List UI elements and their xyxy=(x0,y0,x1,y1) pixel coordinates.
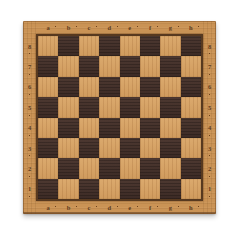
square-e5[interactable] xyxy=(120,97,140,117)
rank-labels-right: 87654321 xyxy=(203,36,216,199)
square-a6[interactable] xyxy=(38,77,58,97)
file-label-bottom-a: a xyxy=(38,201,58,214)
rank-label-left-8: 8 xyxy=(23,36,36,56)
square-g3[interactable] xyxy=(160,138,180,158)
square-h1[interactable] xyxy=(181,179,201,199)
file-label-bottom-f: f xyxy=(140,201,160,214)
rank-label-right-7: 7 xyxy=(203,56,216,76)
square-b5[interactable] xyxy=(58,97,78,117)
file-label-top-a: a xyxy=(38,21,58,34)
file-label-bottom-g: g xyxy=(160,201,180,214)
file-label-bottom-e: e xyxy=(120,201,140,214)
square-b2[interactable] xyxy=(58,158,78,178)
file-label-top-c: c xyxy=(79,21,99,34)
square-c8[interactable] xyxy=(79,36,99,56)
square-a4[interactable] xyxy=(38,118,58,138)
square-b4[interactable] xyxy=(58,118,78,138)
rank-label-left-3: 3 xyxy=(23,138,36,158)
square-e7[interactable] xyxy=(120,56,140,76)
square-c4[interactable] xyxy=(79,118,99,138)
rank-label-right-2: 2 xyxy=(203,158,216,178)
square-a8[interactable] xyxy=(38,36,58,56)
square-g2[interactable] xyxy=(160,158,180,178)
square-a1[interactable] xyxy=(38,179,58,199)
rank-label-right-4: 4 xyxy=(203,118,216,138)
square-b1[interactable] xyxy=(58,179,78,199)
square-e2[interactable] xyxy=(120,158,140,178)
square-b6[interactable] xyxy=(58,77,78,97)
rank-label-right-8: 8 xyxy=(203,36,216,56)
square-e6[interactable] xyxy=(120,77,140,97)
square-d3[interactable] xyxy=(99,138,119,158)
square-g4[interactable] xyxy=(160,118,180,138)
square-e4[interactable] xyxy=(120,118,140,138)
square-f4[interactable] xyxy=(140,118,160,138)
rank-label-right-3: 3 xyxy=(203,138,216,158)
file-label-bottom-d: d xyxy=(99,201,119,214)
square-h5[interactable] xyxy=(181,97,201,117)
square-g5[interactable] xyxy=(160,97,180,117)
rank-labels-left: 87654321 xyxy=(23,36,36,199)
rank-label-left-6: 6 xyxy=(23,77,36,97)
square-b8[interactable] xyxy=(58,36,78,56)
square-h6[interactable] xyxy=(181,77,201,97)
rank-label-left-5: 5 xyxy=(23,97,36,117)
square-a7[interactable] xyxy=(38,56,58,76)
square-b7[interactable] xyxy=(58,56,78,76)
square-c3[interactable] xyxy=(79,138,99,158)
square-d6[interactable] xyxy=(99,77,119,97)
square-g6[interactable] xyxy=(160,77,180,97)
square-h8[interactable] xyxy=(181,36,201,56)
square-d7[interactable] xyxy=(99,56,119,76)
square-f3[interactable] xyxy=(140,138,160,158)
rank-label-left-1: 1 xyxy=(23,179,36,199)
square-e3[interactable] xyxy=(120,138,140,158)
square-d1[interactable] xyxy=(99,179,119,199)
square-h3[interactable] xyxy=(181,138,201,158)
file-label-top-f: f xyxy=(140,21,160,34)
square-f2[interactable] xyxy=(140,158,160,178)
file-label-bottom-b: b xyxy=(58,201,78,214)
square-c7[interactable] xyxy=(79,56,99,76)
file-label-top-g: g xyxy=(160,21,180,34)
file-label-bottom-c: c xyxy=(79,201,99,214)
square-d5[interactable] xyxy=(99,97,119,117)
file-labels-top: abcdefgh xyxy=(38,21,201,34)
square-c6[interactable] xyxy=(79,77,99,97)
square-f8[interactable] xyxy=(140,36,160,56)
square-b3[interactable] xyxy=(58,138,78,158)
rank-label-right-1: 1 xyxy=(203,179,216,199)
file-label-bottom-h: h xyxy=(181,201,201,214)
square-a2[interactable] xyxy=(38,158,58,178)
rank-label-left-2: 2 xyxy=(23,158,36,178)
square-h7[interactable] xyxy=(181,56,201,76)
square-g7[interactable] xyxy=(160,56,180,76)
square-f1[interactable] xyxy=(140,179,160,199)
file-label-top-d: d xyxy=(99,21,119,34)
board-grid xyxy=(38,36,201,199)
rank-label-right-6: 6 xyxy=(203,77,216,97)
chess-board: abcdefgh abcdefgh 87654321 87654321 xyxy=(23,21,216,214)
square-c1[interactable] xyxy=(79,179,99,199)
rank-label-right-5: 5 xyxy=(203,97,216,117)
square-f7[interactable] xyxy=(140,56,160,76)
file-label-top-h: h xyxy=(181,21,201,34)
square-a3[interactable] xyxy=(38,138,58,158)
square-a5[interactable] xyxy=(38,97,58,117)
file-label-top-e: e xyxy=(120,21,140,34)
square-e1[interactable] xyxy=(120,179,140,199)
playing-area xyxy=(36,34,203,201)
square-g8[interactable] xyxy=(160,36,180,56)
square-d4[interactable] xyxy=(99,118,119,138)
square-f5[interactable] xyxy=(140,97,160,117)
square-d8[interactable] xyxy=(99,36,119,56)
square-c2[interactable] xyxy=(79,158,99,178)
square-d2[interactable] xyxy=(99,158,119,178)
square-g1[interactable] xyxy=(160,179,180,199)
rank-label-left-7: 7 xyxy=(23,56,36,76)
square-c5[interactable] xyxy=(79,97,99,117)
file-label-top-b: b xyxy=(58,21,78,34)
file-labels-bottom: abcdefgh xyxy=(38,201,201,214)
square-e8[interactable] xyxy=(120,36,140,56)
square-h2[interactable] xyxy=(181,158,201,178)
square-f6[interactable] xyxy=(140,77,160,97)
square-h4[interactable] xyxy=(181,118,201,138)
rank-label-left-4: 4 xyxy=(23,118,36,138)
